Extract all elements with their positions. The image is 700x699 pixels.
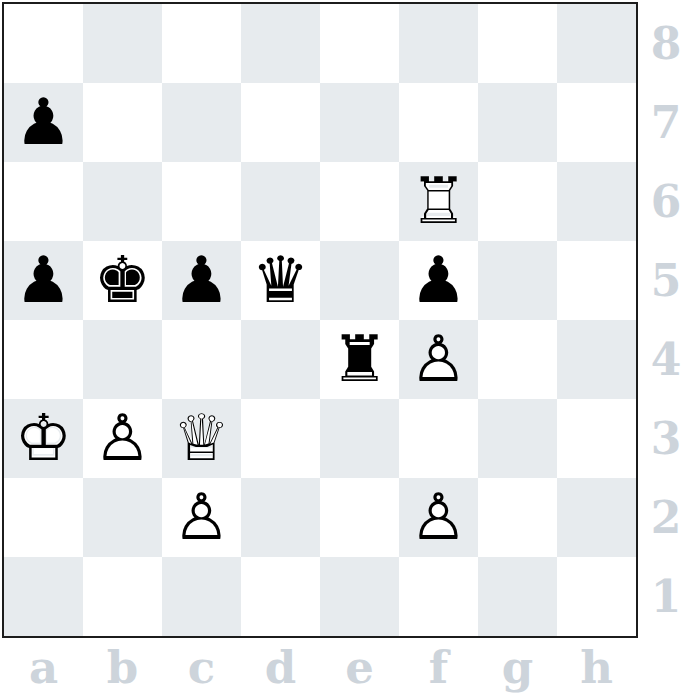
square-b8	[83, 4, 162, 83]
square-a1	[4, 557, 83, 636]
white-queen-fill-glyph: ♛	[165, 407, 238, 467]
square-f4: ♟♙	[399, 320, 478, 399]
square-a3: ♚♔	[4, 399, 83, 478]
square-c6	[162, 162, 241, 241]
square-g8	[478, 4, 557, 83]
square-c4	[162, 320, 241, 399]
square-g2	[478, 478, 557, 557]
rank-label-5: 5	[651, 259, 682, 303]
square-e2	[320, 478, 399, 557]
square-h6	[557, 162, 636, 241]
file-label-e: e	[345, 645, 374, 690]
square-b2	[83, 478, 162, 557]
white-king-fill-glyph: ♚	[7, 407, 80, 467]
square-f8	[399, 4, 478, 83]
white-pawn-fill-glyph: ♟	[402, 486, 475, 546]
black-king-glyph: ♚	[83, 247, 162, 311]
square-g7	[478, 83, 557, 162]
file-label-b: b	[107, 645, 138, 690]
piece-white-king-a3: ♚♔	[4, 399, 83, 478]
square-g6	[478, 162, 557, 241]
piece-white-pawn-f2: ♟♙	[399, 478, 478, 557]
square-e8	[320, 4, 399, 83]
square-a2	[4, 478, 83, 557]
square-h8	[557, 4, 636, 83]
black-pawn-glyph: ♟	[399, 247, 478, 311]
piece-white-pawn-b3: ♟♙	[83, 399, 162, 478]
square-f3	[399, 399, 478, 478]
rank-label-6: 6	[651, 180, 682, 224]
rank-label-8: 8	[651, 22, 682, 66]
square-c7	[162, 83, 241, 162]
square-b7	[83, 83, 162, 162]
black-rook-glyph: ♜	[320, 326, 399, 390]
square-a6	[4, 162, 83, 241]
piece-black-king-b5: ♚	[83, 241, 162, 320]
piece-white-rook-f6: ♜♖	[399, 162, 478, 241]
file-label-f: f	[429, 645, 448, 690]
square-b1	[83, 557, 162, 636]
square-d1	[241, 557, 320, 636]
black-queen-glyph: ♛	[241, 247, 320, 311]
square-e1	[320, 557, 399, 636]
square-g5	[478, 241, 557, 320]
file-label-c: c	[188, 645, 215, 690]
piece-white-queen-c3: ♛♕	[162, 399, 241, 478]
piece-black-pawn-a7: ♟	[4, 83, 83, 162]
piece-black-queen-d5: ♛	[241, 241, 320, 320]
square-b4	[83, 320, 162, 399]
piece-black-pawn-c5: ♟	[162, 241, 241, 320]
square-e4: ♜	[320, 320, 399, 399]
square-a4	[4, 320, 83, 399]
white-rook-fill-glyph: ♜	[402, 170, 475, 230]
rank-label-2: 2	[651, 496, 682, 540]
square-g4	[478, 320, 557, 399]
piece-white-pawn-c2: ♟♙	[162, 478, 241, 557]
white-pawn-glyph: ♙	[162, 484, 241, 548]
black-pawn-glyph: ♟	[4, 89, 83, 153]
square-e3	[320, 399, 399, 478]
white-pawn-fill-glyph: ♟	[86, 407, 159, 467]
piece-black-pawn-a5: ♟	[4, 241, 83, 320]
square-c8	[162, 4, 241, 83]
square-d3	[241, 399, 320, 478]
square-b3: ♟♙	[83, 399, 162, 478]
square-f6: ♜♖	[399, 162, 478, 241]
square-c5: ♟	[162, 241, 241, 320]
white-pawn-fill-glyph: ♟	[402, 328, 475, 388]
rank-label-4: 4	[651, 338, 682, 382]
square-c3: ♛♕	[162, 399, 241, 478]
piece-black-rook-e4: ♜	[320, 320, 399, 399]
black-pawn-glyph: ♟	[4, 247, 83, 311]
square-c2: ♟♙	[162, 478, 241, 557]
square-a8	[4, 4, 83, 83]
square-f2: ♟♙	[399, 478, 478, 557]
white-pawn-glyph: ♙	[83, 405, 162, 469]
piece-black-pawn-f5: ♟	[399, 241, 478, 320]
piece-white-pawn-f4: ♟♙	[399, 320, 478, 399]
white-pawn-glyph: ♙	[399, 484, 478, 548]
square-d7	[241, 83, 320, 162]
white-pawn-glyph: ♙	[399, 326, 478, 390]
square-a5: ♟	[4, 241, 83, 320]
square-h7	[557, 83, 636, 162]
square-b5: ♚	[83, 241, 162, 320]
square-d8	[241, 4, 320, 83]
white-rook-glyph: ♖	[399, 168, 478, 232]
chess-board: ♟♜♖♟♚♟♛♟♜♟♙♚♔♟♙♛♕♟♙♟♙	[2, 2, 638, 638]
white-queen-glyph: ♕	[162, 405, 241, 469]
square-f5: ♟	[399, 241, 478, 320]
square-g3	[478, 399, 557, 478]
file-label-d: d	[265, 645, 296, 690]
file-label-g: g	[502, 645, 533, 690]
square-d6	[241, 162, 320, 241]
square-g1	[478, 557, 557, 636]
square-f7	[399, 83, 478, 162]
square-h5	[557, 241, 636, 320]
rank-label-1: 1	[651, 575, 682, 619]
square-h3	[557, 399, 636, 478]
white-pawn-fill-glyph: ♟	[165, 486, 238, 546]
square-d2	[241, 478, 320, 557]
black-pawn-glyph: ♟	[162, 247, 241, 311]
square-e5	[320, 241, 399, 320]
rank-label-7: 7	[651, 101, 682, 145]
white-king-glyph: ♔	[4, 405, 83, 469]
file-label-a: a	[29, 645, 58, 690]
square-h1	[557, 557, 636, 636]
file-label-h: h	[580, 645, 613, 690]
square-d4	[241, 320, 320, 399]
square-h2	[557, 478, 636, 557]
square-c1	[162, 557, 241, 636]
square-e6	[320, 162, 399, 241]
rank-label-3: 3	[651, 417, 682, 461]
square-d5: ♛	[241, 241, 320, 320]
square-b6	[83, 162, 162, 241]
square-h4	[557, 320, 636, 399]
square-e7	[320, 83, 399, 162]
square-f1	[399, 557, 478, 636]
square-a7: ♟	[4, 83, 83, 162]
